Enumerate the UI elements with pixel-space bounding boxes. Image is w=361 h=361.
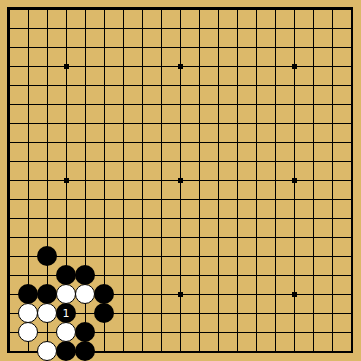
grid-cell [199, 332, 218, 351]
grid-cell [123, 237, 142, 256]
grid-cell [294, 313, 313, 332]
grid-cell [332, 66, 351, 85]
grid-cell [9, 85, 28, 104]
grid-cell [275, 123, 294, 142]
grid-cell [313, 218, 332, 237]
black-stone [94, 303, 114, 323]
grid-cell [256, 256, 275, 275]
grid-cell [218, 237, 237, 256]
grid-cell [275, 142, 294, 161]
grid-cell [47, 9, 66, 28]
grid-cell [332, 85, 351, 104]
grid-cell [218, 161, 237, 180]
grid-cell [294, 123, 313, 142]
grid-cell [123, 294, 142, 313]
grid-cell [104, 47, 123, 66]
grid-cell [332, 180, 351, 199]
grid-cell [180, 28, 199, 47]
grid-cell [218, 85, 237, 104]
grid-cell [199, 313, 218, 332]
star-point [178, 178, 183, 183]
grid-cell [332, 332, 351, 351]
grid-cell [28, 85, 47, 104]
grid-cell [142, 104, 161, 123]
grid-cell [9, 142, 28, 161]
grid-cell [85, 199, 104, 218]
grid-cell [237, 199, 256, 218]
grid-cell [9, 104, 28, 123]
grid-cell [313, 28, 332, 47]
grid-cell [237, 28, 256, 47]
grid-cell [313, 85, 332, 104]
grid-cell [218, 66, 237, 85]
grid-cell [9, 161, 28, 180]
grid-cell [161, 28, 180, 47]
grid-cell [237, 85, 256, 104]
grid-cell [104, 332, 123, 351]
grid-cell [104, 180, 123, 199]
grid-cell [313, 313, 332, 332]
grid-cell [142, 66, 161, 85]
black-stone [94, 284, 114, 304]
black-stone [37, 284, 57, 304]
grid-cell [9, 123, 28, 142]
grid-cell [28, 28, 47, 47]
grid-cell [313, 237, 332, 256]
grid-cell [218, 275, 237, 294]
grid-cell [256, 180, 275, 199]
grid-cell [218, 9, 237, 28]
grid-cell [237, 180, 256, 199]
grid-cell [294, 332, 313, 351]
grid-cell [66, 28, 85, 47]
grid-cell [237, 275, 256, 294]
grid-cell [142, 218, 161, 237]
grid-cell [275, 237, 294, 256]
grid-cell [142, 9, 161, 28]
grid-cell [256, 161, 275, 180]
grid-cell [294, 237, 313, 256]
go-board-diagram: 1 [0, 0, 361, 361]
grid-cell [123, 199, 142, 218]
grid-cell [256, 294, 275, 313]
grid-cell [66, 9, 85, 28]
grid-cell [218, 104, 237, 123]
grid-cell [256, 142, 275, 161]
grid-cell [161, 104, 180, 123]
grid-cell [104, 66, 123, 85]
grid-cell [180, 142, 199, 161]
grid-cell [85, 237, 104, 256]
grid-cell [313, 142, 332, 161]
grid-cell [104, 161, 123, 180]
grid-cell [313, 294, 332, 313]
grid-cell [218, 123, 237, 142]
grid-cell [104, 123, 123, 142]
grid-cell [218, 256, 237, 275]
grid-cell [237, 313, 256, 332]
grid-cell [123, 256, 142, 275]
grid-cell [218, 313, 237, 332]
grid-cell [294, 28, 313, 47]
grid-cell [313, 180, 332, 199]
grid-cell [237, 161, 256, 180]
grid-cell [275, 85, 294, 104]
grid-cell [66, 218, 85, 237]
grid-cell [104, 28, 123, 47]
white-stone [18, 322, 38, 342]
black-stone [75, 341, 95, 361]
grid-cell [256, 237, 275, 256]
grid-cell [161, 9, 180, 28]
grid-cell [313, 256, 332, 275]
grid-cell [142, 85, 161, 104]
grid-cell [9, 256, 28, 275]
white-stone [37, 303, 57, 323]
grid-cell [66, 104, 85, 123]
grid-cell [85, 66, 104, 85]
grid-cell [313, 47, 332, 66]
black-stone [75, 265, 95, 285]
grid-cell [313, 123, 332, 142]
grid-cell [199, 28, 218, 47]
grid-cell [256, 28, 275, 47]
white-stone [56, 284, 76, 304]
grid-cell [47, 104, 66, 123]
grid-cell [332, 313, 351, 332]
star-point [292, 64, 297, 69]
grid-cell [28, 9, 47, 28]
grid-cell [332, 294, 351, 313]
grid-cell [47, 218, 66, 237]
grid-cell [332, 104, 351, 123]
move-number-label: 1 [63, 308, 70, 319]
grid-cell [161, 218, 180, 237]
grid-cell [218, 332, 237, 351]
black-stone [56, 265, 76, 285]
grid-cell [28, 218, 47, 237]
grid-cell [123, 123, 142, 142]
grid-cell [142, 294, 161, 313]
grid-cell [294, 256, 313, 275]
grid-cell [85, 47, 104, 66]
grid-cell [123, 85, 142, 104]
grid-cell [237, 256, 256, 275]
grid-cell [199, 294, 218, 313]
grid-cell [123, 9, 142, 28]
grid-cell [199, 218, 218, 237]
grid-cell [275, 256, 294, 275]
grid-cell [104, 9, 123, 28]
grid-cell [256, 218, 275, 237]
grid-cell [180, 104, 199, 123]
grid-cell [9, 237, 28, 256]
grid-cell [28, 47, 47, 66]
grid-cell [275, 218, 294, 237]
grid-cell [218, 199, 237, 218]
grid-cell [294, 142, 313, 161]
grid-cell [123, 161, 142, 180]
grid-cell [275, 199, 294, 218]
grid-cell [218, 294, 237, 313]
grid-cell [313, 332, 332, 351]
white-stone [56, 322, 76, 342]
black-stone [56, 341, 76, 361]
grid-cell [66, 85, 85, 104]
grid-cell [142, 123, 161, 142]
grid-cell [161, 313, 180, 332]
grid-cell [142, 313, 161, 332]
grid-cell [180, 9, 199, 28]
grid-cell [142, 161, 161, 180]
grid-cell [161, 256, 180, 275]
grid-cell [256, 66, 275, 85]
black-stone [37, 246, 57, 266]
grid-cell [85, 104, 104, 123]
grid-cell [294, 199, 313, 218]
grid-cell [218, 142, 237, 161]
grid-cell [275, 104, 294, 123]
grid-cell [218, 47, 237, 66]
grid-cell [218, 180, 237, 199]
grid-cell [294, 85, 313, 104]
grid-cell [142, 47, 161, 66]
grid-cell [161, 237, 180, 256]
grid-cell [332, 9, 351, 28]
grid-cell [313, 104, 332, 123]
grid-cell [142, 256, 161, 275]
grid-cell [28, 180, 47, 199]
grid-cell [9, 47, 28, 66]
grid-cell [104, 104, 123, 123]
grid-cell [237, 332, 256, 351]
white-stone [75, 284, 95, 304]
grid-cell [161, 199, 180, 218]
grid-cell [332, 142, 351, 161]
star-point [64, 64, 69, 69]
grid-cell [313, 199, 332, 218]
grid-cell [66, 199, 85, 218]
grid-cell [332, 199, 351, 218]
grid-cell [104, 256, 123, 275]
grid-cell [123, 142, 142, 161]
grid-cell [237, 294, 256, 313]
grid-cell [142, 237, 161, 256]
grid-cell [104, 199, 123, 218]
grid-cell [123, 47, 142, 66]
grid-cell [28, 142, 47, 161]
grid-cell [28, 66, 47, 85]
grid-cell [256, 104, 275, 123]
white-stone [18, 303, 38, 323]
grid-cell [275, 313, 294, 332]
grid-cell [9, 66, 28, 85]
grid-cell [47, 123, 66, 142]
grid-cell [47, 199, 66, 218]
grid-cell [142, 332, 161, 351]
grid-cell [66, 123, 85, 142]
grid-cell [85, 9, 104, 28]
grid-cell [199, 275, 218, 294]
grid-cell [256, 199, 275, 218]
black-stone [75, 322, 95, 342]
grid-cell [237, 237, 256, 256]
grid-cell [47, 85, 66, 104]
grid-cell [104, 142, 123, 161]
grid-cell [237, 9, 256, 28]
grid-cell [180, 218, 199, 237]
grid-cell [66, 237, 85, 256]
grid-cell [294, 9, 313, 28]
grid-cell [237, 123, 256, 142]
grid-cell [180, 237, 199, 256]
grid-cell [256, 47, 275, 66]
grid-cell [142, 275, 161, 294]
grid-cell [104, 85, 123, 104]
grid-cell [123, 66, 142, 85]
grid-cell [9, 199, 28, 218]
grid-cell [28, 161, 47, 180]
grid-cell [9, 9, 28, 28]
grid-cell [199, 237, 218, 256]
grid-cell [123, 313, 142, 332]
grid-cell [237, 104, 256, 123]
grid-cell [332, 256, 351, 275]
grid-cell [332, 275, 351, 294]
grid-cell [180, 199, 199, 218]
grid-cell [237, 142, 256, 161]
grid-cell [104, 218, 123, 237]
grid-cell [9, 218, 28, 237]
grid-cell [180, 85, 199, 104]
grid-cell [199, 256, 218, 275]
grid-cell [161, 85, 180, 104]
grid-cell [142, 180, 161, 199]
black-stone [18, 284, 38, 304]
star-point [292, 178, 297, 183]
grid-cell [275, 332, 294, 351]
grid-cell [332, 237, 351, 256]
grid-cell [199, 85, 218, 104]
grid-cell [313, 9, 332, 28]
grid-cell [199, 9, 218, 28]
grid-cell [161, 332, 180, 351]
grid-cell [237, 218, 256, 237]
grid-cell [199, 180, 218, 199]
grid-cell [85, 142, 104, 161]
grid-cell [199, 142, 218, 161]
star-point [292, 292, 297, 297]
grid-cell [180, 313, 199, 332]
grid-cell [256, 313, 275, 332]
grid-cell [161, 142, 180, 161]
grid-cell [28, 199, 47, 218]
grid-cell [332, 123, 351, 142]
grid-cell [294, 104, 313, 123]
grid-cell [332, 161, 351, 180]
grid-cell [47, 28, 66, 47]
grid-cell [66, 142, 85, 161]
grid-cell [161, 123, 180, 142]
grid-cell [256, 275, 275, 294]
grid-cell [256, 123, 275, 142]
grid-cell [123, 28, 142, 47]
grid-cell [218, 28, 237, 47]
grid-cell [142, 199, 161, 218]
grid-cell [332, 47, 351, 66]
grid-cell [85, 123, 104, 142]
grid-cell [199, 104, 218, 123]
star-point [178, 292, 183, 297]
grid-cell [313, 275, 332, 294]
grid-cell [85, 218, 104, 237]
grid-cell [123, 180, 142, 199]
grid-cell [199, 66, 218, 85]
grid-cell [256, 332, 275, 351]
grid-cell [275, 9, 294, 28]
grid-cell [180, 256, 199, 275]
grid-cell [28, 123, 47, 142]
grid-cell [9, 28, 28, 47]
star-point [178, 64, 183, 69]
grid-cell [123, 275, 142, 294]
grid-cell [237, 66, 256, 85]
grid-cell [142, 28, 161, 47]
grid-cell [85, 85, 104, 104]
grid-cell [218, 218, 237, 237]
grid-cell [9, 180, 28, 199]
grid-cell [256, 9, 275, 28]
grid-cell [180, 332, 199, 351]
grid-cell [123, 332, 142, 351]
grid-cell [313, 161, 332, 180]
grid-cell [275, 28, 294, 47]
grid-cell [256, 85, 275, 104]
grid-cell [47, 142, 66, 161]
grid-cell [313, 66, 332, 85]
grid-cell [199, 123, 218, 142]
grid-cell [332, 28, 351, 47]
grid-cell [28, 104, 47, 123]
grid-cell [123, 218, 142, 237]
grid-cell [85, 161, 104, 180]
grid-cell [332, 218, 351, 237]
star-point [64, 178, 69, 183]
grid-cell [123, 104, 142, 123]
white-stone [37, 341, 57, 361]
grid-cell [142, 142, 161, 161]
grid-cell [104, 237, 123, 256]
grid-cell [199, 47, 218, 66]
grid-cell [85, 28, 104, 47]
grid-cell [180, 123, 199, 142]
grid-cell [85, 180, 104, 199]
grid-cell [199, 161, 218, 180]
grid-cell [294, 218, 313, 237]
grid-cell [199, 199, 218, 218]
move-1-stone: 1 [56, 303, 76, 323]
grid-cell [237, 47, 256, 66]
